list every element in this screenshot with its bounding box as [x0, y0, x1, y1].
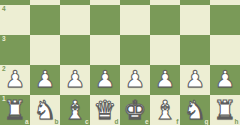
square-g4[interactable] [180, 5, 210, 35]
white-knight[interactable]: ♞ [30, 95, 60, 125]
square-b3[interactable] [30, 35, 60, 65]
chess-board: 432♟♟♟♟♟♟♟♟1♜a♞b♝c♛d♚e♝f♞g♜h [0, 0, 240, 125]
square-b1[interactable]: ♞b [30, 95, 60, 125]
square-h4[interactable] [210, 5, 240, 35]
square-a1[interactable]: 1♜a [0, 95, 30, 125]
white-pawn[interactable]: ♟ [60, 65, 90, 95]
square-a2[interactable]: 2♟ [0, 65, 30, 95]
square-h3[interactable] [210, 35, 240, 65]
rank-label-3: 3 [2, 35, 6, 43]
square-d2[interactable]: ♟ [90, 65, 120, 95]
white-pawn[interactable]: ♟ [150, 65, 180, 95]
white-pawn[interactable]: ♟ [90, 65, 120, 95]
white-pawn[interactable]: ♟ [180, 65, 210, 95]
rank-label-4: 4 [2, 5, 6, 13]
square-a3[interactable]: 3 [0, 35, 30, 65]
white-rook[interactable]: ♜ [0, 95, 30, 125]
square-c4[interactable] [60, 5, 90, 35]
square-c2[interactable]: ♟ [60, 65, 90, 95]
square-g2[interactable]: ♟ [180, 65, 210, 95]
white-pawn[interactable]: ♟ [210, 65, 240, 95]
white-pawn[interactable]: ♟ [30, 65, 60, 95]
square-g3[interactable] [180, 35, 210, 65]
square-b4[interactable] [30, 5, 60, 35]
square-c1[interactable]: ♝c [60, 95, 90, 125]
white-pawn[interactable]: ♟ [120, 65, 150, 95]
white-queen[interactable]: ♛ [90, 95, 120, 125]
square-e2[interactable]: ♟ [120, 65, 150, 95]
square-b2[interactable]: ♟ [30, 65, 60, 95]
square-c3[interactable] [60, 35, 90, 65]
square-e4[interactable] [120, 5, 150, 35]
square-d3[interactable] [90, 35, 120, 65]
square-f1[interactable]: ♝f [150, 95, 180, 125]
square-f4[interactable] [150, 5, 180, 35]
square-f2[interactable]: ♟ [150, 65, 180, 95]
white-bishop[interactable]: ♝ [60, 95, 90, 125]
white-king[interactable]: ♚ [120, 95, 150, 125]
square-d1[interactable]: ♛d [90, 95, 120, 125]
white-pawn[interactable]: ♟ [0, 65, 30, 95]
white-rook[interactable]: ♜ [210, 95, 240, 125]
white-bishop[interactable]: ♝ [150, 95, 180, 125]
square-e3[interactable] [120, 35, 150, 65]
square-d4[interactable] [90, 5, 120, 35]
square-a4[interactable]: 4 [0, 5, 30, 35]
square-h2[interactable]: ♟ [210, 65, 240, 95]
square-g1[interactable]: ♞g [180, 95, 210, 125]
square-e1[interactable]: ♚e [120, 95, 150, 125]
square-f3[interactable] [150, 35, 180, 65]
square-h1[interactable]: ♜h [210, 95, 240, 125]
white-knight[interactable]: ♞ [180, 95, 210, 125]
